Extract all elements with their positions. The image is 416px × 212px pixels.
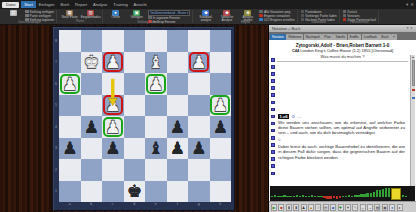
toolbar-icon-8[interactable]: ◆ [330,204,336,211]
square-h1[interactable] [210,181,232,203]
fold-marker[interactable] [271,108,275,112]
square-e5[interactable] [145,95,167,117]
square-b8[interactable] [81,30,103,52]
ribbon-group-label: Partienverlauf [343,20,376,25]
square-e8[interactable] [145,30,167,52]
square-d2[interactable] [124,159,146,181]
event-text: London King's Coffee House (1.2) 1855 [C… [299,48,393,53]
panel-caption-text: Notation + Buch [272,26,301,31]
eval-bar[interactable] [382,186,384,201]
eval-bar[interactable] [354,186,356,201]
ribbon-tabs: StartEinfügenBrettReportAnalyseTrainingA… [21,1,149,8]
square-h8[interactable] [210,30,232,52]
evaluation-profile[interactable] [270,186,415,201]
square-h4[interactable]: ♟ [210,116,232,138]
main-area: 87654321 ♚♟♝♟♟♟♟♟♟♟♟♟♟♟♝♟♟♚ abcdefgh Not… [0,25,416,212]
square-c5[interactable]: ♟ [102,95,124,117]
square-b6[interactable] [81,73,103,95]
game-event-heading: C44 London King's Coffee House (1.2) 185… [269,48,416,53]
toolbar-icon-1[interactable]: ■ [278,204,284,211]
annotation-paragraph-2: Dabei lernst du auch, wichtige Bauernheb… [278,144,405,160]
black-pawn-a3[interactable]: ♟ [59,138,81,160]
ribbon-small-icon [343,10,347,13]
black-bishop-e3[interactable]: ♝ [145,138,167,160]
square-a6[interactable]: ♟ [59,73,81,95]
eval-bar[interactable] [348,186,350,201]
header-divider [277,61,408,62]
toolbar-icon-5[interactable]: ▲ [308,204,314,211]
ribbon-small-icon [301,10,305,13]
ribbon-button[interactable]: ▣Vorlagen [127,10,146,19]
eval-bar[interactable] [305,186,307,201]
white-pawn-c5[interactable]: ♟ [102,95,124,117]
eval-bar[interactable] [302,186,304,201]
ribbon-small-icon [259,14,263,17]
file-label-b: b [81,202,103,206]
square-g3[interactable]: ♟ [188,138,210,160]
toolbar-icon-9[interactable]: ✚ [338,204,344,211]
black-pawn-b4[interactable]: ♟ [81,116,103,138]
ribbon: ▤Stellung einfügenPartie einfügenStellun… [0,9,416,25]
ribbon-group: ▦Neue Partie▥EingabemodusPartie [58,10,103,23]
ribbon-group-label: Partie [60,19,100,24]
media-annotation-icon[interactable]: ⊙ [290,114,296,119]
ribbon-tab-ansicht[interactable]: Ansicht [131,1,150,8]
fold-marker[interactable] [271,86,275,90]
eval-bar[interactable] [296,186,298,201]
fold-marker[interactable] [271,72,275,76]
eval-bar[interactable] [286,186,288,201]
square-c6[interactable] [102,73,124,95]
ribbon-button-label: Vorlagen [131,16,143,19]
notation-tab-strip: NotationReferenzNachspielPlanTabelleEröf… [269,32,416,40]
ribbon-tab-brett[interactable]: Brett [58,1,72,8]
square-h6[interactable] [210,73,232,95]
game-players-heading: Zytogorski,Adolf - Brien,Robert Barnett … [269,43,416,48]
black-pawn-h4[interactable]: ♟ [210,116,232,138]
ribbon-small-icon [259,10,263,13]
toolbar-icon-12[interactable]: ↔ [360,204,366,211]
toolbar-icon-16[interactable]: ● [389,204,395,211]
square-f3[interactable]: ♟ [167,138,189,160]
black-pawn-c3[interactable]: ♟ [102,138,124,160]
square-h2[interactable] [210,159,232,181]
toolbar-icon-15[interactable]: ▣ [382,204,388,211]
square-d5[interactable] [124,95,146,117]
fold-marker[interactable] [271,93,275,97]
eval-bar[interactable] [317,186,319,201]
toolbar-icon-3[interactable]: ▮ [293,204,299,211]
eval-bar[interactable] [308,186,310,201]
toolbar-icon-4[interactable]: ♟ [301,204,307,211]
black-king-d1[interactable]: ♚ [124,181,146,203]
square-d6[interactable] [124,73,146,95]
ribbon-button-icon: ▤ [10,10,17,16]
eval-bar[interactable] [402,186,404,201]
square-f8[interactable] [167,30,189,52]
eval-bar[interactable] [293,186,295,201]
fold-marker[interactable] [271,143,275,147]
ribbon-small-icon [25,10,29,13]
file-label-d: d [124,202,146,206]
eval-bar[interactable] [376,186,378,201]
square-a3[interactable]: ♟ [59,138,81,160]
ribbon-button[interactable]: ▥Eingabemodus [81,10,100,19]
white-pawn-h5[interactable]: ♟ [210,95,232,117]
eval-bar[interactable] [333,186,335,201]
fold-marker[interactable] [271,101,275,105]
square-c2[interactable] [102,159,124,181]
scroll-mark-red [412,89,415,91]
toolbar-icon-10[interactable]: ▼ [345,204,351,211]
square-b1[interactable] [81,181,103,203]
square-d1[interactable]: ♚ [124,181,146,203]
square-c8[interactable] [102,30,124,52]
eval-bar[interactable] [366,186,368,201]
annotation-paragraph-1: Wir werden uns anschauen, wie du erkenns… [278,120,405,136]
square-g6[interactable] [188,73,210,95]
square-e7[interactable]: ♝ [145,52,167,74]
file-label-f: f [167,202,189,206]
eval-bar[interactable] [379,186,381,201]
file-labels: abcdefgh [59,202,231,206]
toolbar-icon-0[interactable]: ▶ [271,204,277,211]
square-a2[interactable] [59,159,81,181]
eval-bar[interactable] [271,186,273,201]
square-h7[interactable] [210,52,232,74]
scrollbar-thumb[interactable] [412,60,415,86]
square-f2[interactable] [167,159,189,181]
training-question: Was musst du machen ? [269,54,416,59]
ribbon-group: ▤Stellung einfügenPartie einfügenStellun… [2,10,57,23]
ribbon-group-label: Zwischenablage [4,20,54,25]
eval-bar[interactable] [345,186,347,201]
file-label-a: a [59,202,81,206]
eval-bar[interactable] [311,186,313,201]
ribbon-small-icon [148,16,152,19]
eval-bar[interactable] [351,186,353,201]
white-pawn-g7[interactable]: ♟ [188,52,210,74]
panel-caption-icon-1[interactable]: ✕ [410,26,413,31]
toolbar-icon-2[interactable]: ▮ [286,204,292,211]
square-e6[interactable]: ♟ [145,73,167,95]
toolbar-icon-17[interactable]: ▸ [397,204,403,211]
ribbon-group: ●Online▣VorlagenGroßmeisterband - Beste … [104,10,193,23]
eval-bar[interactable] [280,186,282,201]
file-label-h: h [210,202,232,206]
white-pawn-c4[interactable]: ♟ [102,116,124,138]
ribbon-small-icon [343,14,347,17]
square-a5[interactable] [59,95,81,117]
eval-bar[interactable] [405,186,407,201]
circle-annotation-icon: ○ [278,137,405,143]
panel-caption-icons: ▾✕ [407,26,413,31]
notation-scrollbar[interactable]: ▲ ▼ [410,55,415,186]
toolbar-icon-13[interactable]: → [367,204,373,211]
notation-content[interactable]: Zytogorski,Adolf - Brien,Robert Barnett … [269,40,416,186]
ribbon-group-label: Datenbank [301,20,337,25]
square-a1[interactable] [59,181,81,203]
black-pawn-f3[interactable]: ♟ [167,138,189,160]
square-f4[interactable]: ♟ [167,116,189,138]
ribbon-group: ◆Standard- analyse◆Taktische Analyse◈Ana… [194,10,297,23]
square-a8[interactable] [59,30,81,52]
eval-bar[interactable] [326,186,328,201]
eval-cursor[interactable] [391,186,401,201]
ribbon-tab-einfügen[interactable]: Einfügen [36,1,58,8]
fold-marker[interactable] [271,115,275,119]
ribbon-button[interactable]: ▤ [4,10,23,16]
square-d8[interactable] [124,30,146,52]
file-label-c: c [102,202,124,206]
square-g7[interactable]: ♟ [188,52,210,74]
eval-bar[interactable] [342,186,344,201]
game-toolbar: ▶■▮▮♟▲≡▤◆✚▼✎↔→▦▣●▸ [269,201,416,212]
black-pawn-g3[interactable]: ♟ [188,138,210,160]
file-label-g: g [188,202,210,206]
square-h3[interactable] [210,138,232,160]
ribbon-group-label: Engine [196,20,294,25]
square-b3[interactable] [81,138,103,160]
square-c1[interactable] [102,181,124,203]
square-c4[interactable]: ♟ [102,116,124,138]
square-d7[interactable] [124,52,146,74]
white-king-b7[interactable]: ♚ [81,52,103,74]
ribbon-small-label: Großmeisterband - Beste ▾ [150,11,188,15]
square-a4[interactable] [59,116,81,138]
white-bishop-e7[interactable]: ♝ [145,52,167,74]
ribbon-tab-analyse[interactable]: Analyse [90,1,110,8]
square-e4[interactable] [145,116,167,138]
ribbon-small-icon [25,14,29,17]
margin-markers [271,58,275,179]
panel-caption-icon-0[interactable]: ▾ [407,26,409,31]
square-g1[interactable] [188,181,210,203]
eval-bar[interactable] [357,186,359,201]
square-f7[interactable] [167,52,189,74]
fold-marker[interactable] [271,164,275,168]
square-e2[interactable] [145,159,167,181]
eval-bar[interactable] [363,186,365,201]
square-e3[interactable]: ♝ [145,138,167,160]
square-f5[interactable] [167,95,189,117]
square-b5[interactable] [81,95,103,117]
fold-marker[interactable] [271,79,275,83]
ribbon-tab-start[interactable]: Start [21,1,35,8]
window-icon-0[interactable]: ▾ [406,2,408,8]
eval-bar[interactable] [329,186,331,201]
square-g2[interactable] [188,159,210,181]
eval-bar[interactable] [323,186,325,201]
window-controls: ▾✕ [406,2,416,8]
ribbon-group: PartiedatenVorherige Partie ladenNächste… [299,10,340,23]
toolbar-icon-6[interactable]: ≡ [315,204,321,211]
square-c3[interactable]: ♟ [102,138,124,160]
eval-bar[interactable] [360,186,362,201]
fold-marker[interactable] [271,172,275,176]
eval-bar[interactable] [277,186,279,201]
square-b2[interactable] [81,159,103,181]
white-pawn-c7[interactable]: ♟ [102,52,124,74]
ribbon-small-button[interactable]: Großmeisterband - Beste ▾ [148,10,190,16]
annotation-text[interactable]: 1.c6 ⊙ … Wir werden uns anschauen, wie d… [278,114,405,160]
white-pawn-e6[interactable]: ♟ [145,73,167,95]
ribbon-button[interactable]: ●Online [106,10,125,19]
square-g5[interactable] [188,95,210,117]
eval-bar[interactable] [388,186,390,201]
scroll-mark-blue [412,97,415,99]
square-g4[interactable] [188,116,210,138]
square-f6[interactable] [167,73,189,95]
eval-bar[interactable] [336,186,338,201]
black-pawn-f4[interactable]: ♟ [167,116,189,138]
square-h5[interactable]: ♟ [210,95,232,117]
fold-marker[interactable] [271,157,275,161]
square-b7[interactable]: ♚ [81,52,103,74]
file-menu-button[interactable]: Datei [2,2,19,8]
chessbase-window: Datei StartEinfügenBrettReportAnalyseTra… [0,0,416,212]
square-g8[interactable] [188,30,210,52]
square-c7[interactable]: ♟ [102,52,124,74]
ribbon-small-icon [301,14,305,17]
eval-bar[interactable] [385,186,387,201]
chess-board[interactable]: 87654321 ♚♟♝♟♟♟♟♟♟♟♟♟♟♟♝♟♟♚ abcdefgh [52,26,235,211]
ribbon-button[interactable]: ▦Neue Partie [60,10,79,19]
notation-panel: Notation + Buch ▾✕ NotationReferenzNachs… [268,25,416,212]
ribbon-group: ZurückVorwärtsZeige PartienverlaufPartie… [341,10,379,23]
eval-bar[interactable] [299,186,301,201]
fold-marker[interactable] [271,122,275,126]
square-d4[interactable] [124,116,146,138]
eval-bar[interactable] [370,186,372,201]
ribbon-group-label: Stellung Suchen [106,20,190,25]
toolbar-icon-11[interactable]: ✎ [352,204,358,211]
square-a7[interactable] [59,52,81,74]
eval-bar[interactable] [283,186,285,201]
file-label-e: e [145,202,167,206]
fold-marker[interactable] [271,65,275,69]
ribbon-button-label: Online [111,16,120,19]
toolbar-icon-7[interactable]: ▤ [323,204,329,211]
current-move-badge[interactable]: 1.c6 [278,114,289,119]
fold-marker[interactable] [271,150,275,154]
eval-bar[interactable] [320,186,322,201]
fold-marker[interactable] [271,58,275,62]
fold-marker[interactable] [271,129,275,133]
ellipsis: … [297,114,301,119]
eval-bar[interactable] [289,186,291,201]
fold-marker[interactable] [271,136,275,140]
ribbon-tab-training[interactable]: Training [110,1,130,8]
ribbon-tab-bar: Datei StartEinfügenBrettReportAnalyseTra… [0,0,416,9]
eval-bar[interactable] [373,186,375,201]
white-pawn-a6[interactable]: ♟ [59,73,81,95]
window-icon-1[interactable]: ✕ [410,2,414,8]
ribbon-tab-report[interactable]: Report [72,1,90,8]
eval-bar[interactable] [314,186,316,201]
square-e1[interactable] [145,181,167,203]
eval-bar[interactable] [274,186,276,201]
square-b4[interactable]: ♟ [81,116,103,138]
toolbar-icon-14[interactable]: ▦ [374,204,380,211]
board-grid[interactable]: ♚♟♝♟♟♟♟♟♟♟♟♟♟♟♝♟♟♚ [59,30,231,202]
square-f1[interactable] [167,181,189,203]
eval-bar[interactable] [339,186,341,201]
square-d3[interactable] [124,138,146,160]
panel-caption-bar[interactable]: Notation + Buch ▾✕ [269,25,416,32]
